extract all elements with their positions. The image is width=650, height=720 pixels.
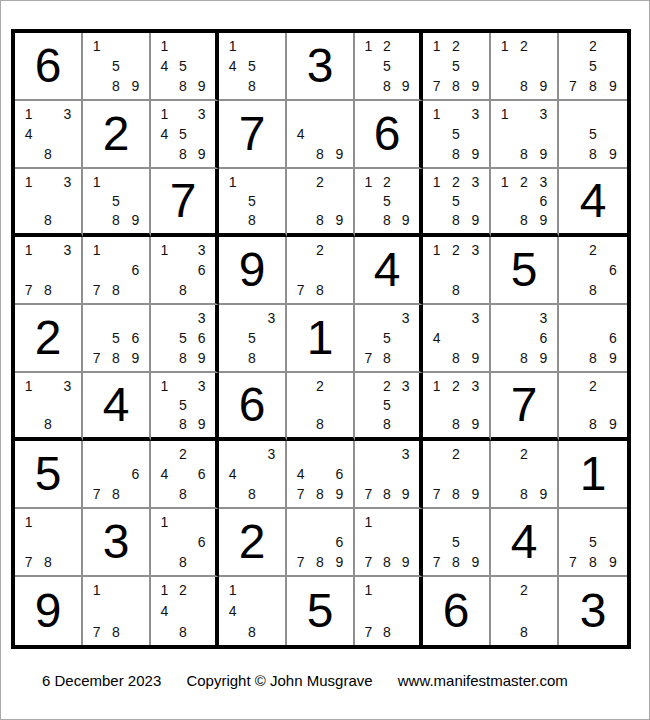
cell-r4c8[interactable]: 5	[491, 237, 559, 305]
cell-r2c2[interactable]: 2	[83, 101, 151, 169]
candidate-empty	[466, 532, 485, 552]
candidate-empty	[58, 191, 77, 210]
candidate-empty	[38, 191, 57, 210]
candidate-empty	[310, 191, 329, 210]
sudoku-board: 6158914589145831258912578912892578913482…	[11, 29, 631, 649]
candidate-empty	[291, 444, 310, 464]
cell-r5c5[interactable]: 1	[287, 305, 355, 373]
candidate-9: 9	[192, 348, 211, 368]
candidate-grid: 1368	[151, 237, 215, 303]
cell-r5c8[interactable]: 3689	[491, 305, 559, 373]
candidate-grid: 589	[559, 101, 627, 167]
candidate-empty	[495, 56, 514, 76]
cell-r8c2[interactable]: 3	[83, 509, 151, 577]
candidate-empty	[330, 415, 349, 434]
candidate-grid: 13589	[151, 373, 215, 437]
candidate-empty	[359, 395, 378, 414]
candidate-empty	[262, 172, 281, 191]
candidate-8: 8	[378, 552, 397, 572]
cell-r4c1[interactable]: 1378	[15, 237, 83, 305]
cell-r3c2[interactable]: 1589	[83, 169, 151, 237]
candidate-empty	[155, 552, 174, 572]
candidate-8: 8	[174, 280, 193, 300]
candidate-8: 8	[583, 552, 603, 572]
candidate-8: 8	[583, 76, 603, 96]
candidate-empty	[446, 260, 465, 280]
candidate-empty	[291, 144, 310, 164]
candidate-8: 8	[38, 552, 57, 572]
cell-r6c6[interactable]: 2358	[355, 373, 423, 441]
cell-r2c9[interactable]: 589	[559, 101, 627, 169]
cell-r3c8[interactable]: 123689	[491, 169, 559, 237]
candidate-empty	[359, 191, 378, 210]
cell-r6c2[interactable]: 4	[83, 373, 151, 441]
candidate-8: 8	[174, 348, 193, 368]
cell-r3c7[interactable]: 123589	[423, 169, 491, 237]
candidate-empty	[330, 280, 349, 300]
candidate-grid: 1289	[491, 33, 557, 99]
candidate-1: 1	[359, 512, 378, 532]
cell-r6c5[interactable]: 28	[287, 373, 355, 441]
candidate-3: 3	[58, 172, 77, 191]
candidate-grid: 1248	[151, 577, 215, 645]
candidate-9: 9	[330, 144, 349, 164]
cell-r9c4[interactable]: 148	[219, 577, 287, 645]
candidate-8: 8	[106, 348, 125, 368]
cell-r4c4[interactable]: 9	[219, 237, 287, 305]
candidate-6: 6	[603, 328, 623, 348]
candidate-empty	[106, 464, 125, 484]
cell-r8c4[interactable]: 2	[219, 509, 287, 577]
cell-r5c1[interactable]: 2	[15, 305, 83, 373]
candidate-empty	[192, 621, 211, 642]
cell-r1c5[interactable]: 3	[287, 33, 355, 101]
candidate-empty	[563, 512, 583, 532]
candidate-empty	[378, 308, 397, 328]
candidate-9: 9	[603, 415, 623, 434]
cell-value: 2	[83, 101, 149, 167]
cell-r3c6[interactable]: 12589	[355, 169, 423, 237]
candidate-empty	[466, 191, 485, 210]
candidate-8: 8	[378, 76, 397, 96]
cell-r7c3[interactable]: 2468	[151, 441, 219, 509]
cell-value: 3	[287, 33, 353, 99]
candidate-empty	[396, 348, 415, 368]
candidate-empty	[126, 308, 145, 328]
candidate-empty	[330, 260, 349, 280]
candidate-grid: 5789	[423, 509, 489, 575]
cell-value: 7	[491, 373, 557, 437]
candidate-8: 8	[446, 76, 465, 96]
cell-r1c7[interactable]: 125789	[423, 33, 491, 101]
candidate-1: 1	[223, 172, 242, 191]
candidate-empty	[330, 172, 349, 191]
candidate-empty	[192, 552, 211, 572]
cell-r4c7[interactable]: 1238	[423, 237, 491, 305]
candidate-empty	[603, 280, 623, 300]
candidate-5: 5	[446, 124, 465, 144]
candidate-8: 8	[583, 415, 603, 434]
candidate-3: 3	[534, 172, 553, 191]
candidate-empty	[534, 56, 553, 76]
cell-r8c3[interactable]: 168	[151, 509, 219, 577]
cell-r2c1[interactable]: 1348	[15, 101, 83, 169]
candidate-grid: 289	[287, 169, 353, 233]
cell-r7c7[interactable]: 2789	[423, 441, 491, 509]
cell-r6c1[interactable]: 138	[15, 373, 83, 441]
candidate-grid: 28	[491, 577, 557, 645]
candidate-9: 9	[192, 144, 211, 164]
candidate-empty	[563, 144, 583, 164]
candidate-5: 5	[378, 395, 397, 414]
candidate-3: 3	[466, 308, 485, 328]
candidate-empty	[155, 144, 174, 164]
candidate-empty	[38, 172, 57, 191]
candidate-grid: 125789	[423, 33, 489, 99]
candidate-empty	[563, 124, 583, 144]
cell-r1c1[interactable]: 6	[15, 33, 83, 101]
candidate-empty	[155, 348, 174, 368]
candidate-7: 7	[87, 621, 106, 642]
candidate-7: 7	[291, 280, 310, 300]
candidate-9: 9	[466, 211, 485, 230]
candidate-2: 2	[446, 376, 465, 395]
candidate-empty	[514, 601, 533, 622]
footer-date: 6 December 2023	[42, 672, 161, 689]
cell-r1c9[interactable]: 25789	[559, 33, 627, 101]
candidate-empty	[563, 240, 583, 260]
candidate-empty	[563, 376, 583, 395]
cell-r3c1[interactable]: 138	[15, 169, 83, 237]
cell-r4c5[interactable]: 278	[287, 237, 355, 305]
candidate-9: 9	[466, 484, 485, 504]
candidate-grid: 489	[287, 101, 353, 167]
candidate-empty	[262, 580, 281, 601]
candidate-3: 3	[58, 240, 77, 260]
candidate-grid: 3789	[355, 441, 419, 507]
candidate-9: 9	[534, 484, 553, 504]
candidate-empty	[396, 512, 415, 532]
candidate-empty	[106, 580, 125, 601]
cell-r7c1[interactable]: 5	[15, 441, 83, 509]
candidate-empty	[291, 532, 310, 552]
candidate-empty	[223, 444, 242, 464]
candidate-1: 1	[427, 36, 446, 56]
candidate-empty	[126, 580, 145, 601]
candidate-empty	[310, 512, 329, 532]
candidate-8: 8	[174, 621, 193, 642]
cell-r9c3[interactable]: 1248	[151, 577, 219, 645]
cell-r2c4[interactable]: 7	[219, 101, 287, 169]
candidate-empty	[495, 124, 514, 144]
candidate-8: 8	[38, 144, 57, 164]
cell-r8c1[interactable]: 178	[15, 509, 83, 577]
candidate-empty	[466, 328, 485, 348]
candidate-9: 9	[466, 144, 485, 164]
candidate-grid: 178	[355, 577, 419, 645]
candidate-empty	[359, 601, 378, 622]
candidate-8: 8	[242, 484, 261, 504]
candidate-1: 1	[427, 104, 446, 124]
cell-r9c5[interactable]: 5	[287, 577, 355, 645]
candidate-9: 9	[396, 76, 415, 96]
candidate-9: 9	[330, 552, 349, 572]
cell-r2c8[interactable]: 1389	[491, 101, 559, 169]
candidate-empty	[378, 464, 397, 484]
cell-r4c2[interactable]: 1678	[83, 237, 151, 305]
candidate-2: 2	[514, 172, 533, 191]
candidate-8: 8	[38, 280, 57, 300]
candidate-grid: 25789	[559, 33, 627, 99]
candidate-7: 7	[291, 552, 310, 572]
cell-r6c4[interactable]: 6	[219, 373, 287, 441]
cell-r7c5[interactable]: 46789	[287, 441, 355, 509]
candidate-7: 7	[427, 484, 446, 504]
candidate-9: 9	[466, 76, 485, 96]
candidate-empty	[126, 280, 145, 300]
candidate-9: 9	[330, 211, 349, 230]
candidate-empty	[378, 512, 397, 532]
candidate-empty	[563, 415, 583, 434]
candidate-empty	[223, 348, 242, 368]
cell-r5c3[interactable]: 35689	[151, 305, 219, 373]
candidate-empty	[38, 376, 57, 395]
candidate-empty	[87, 601, 106, 622]
cell-r7c9[interactable]: 1	[559, 441, 627, 509]
candidate-empty	[359, 76, 378, 96]
cell-r5c6[interactable]: 3578	[355, 305, 423, 373]
candidate-empty	[427, 191, 446, 210]
cell-r7c8[interactable]: 289	[491, 441, 559, 509]
cell-value: 6	[423, 577, 489, 645]
candidate-empty	[126, 240, 145, 260]
candidate-empty	[126, 484, 145, 504]
candidate-empty	[603, 532, 623, 552]
candidate-grid: 46789	[287, 441, 353, 507]
cell-r8c7[interactable]: 5789	[423, 509, 491, 577]
cell-r9c6[interactable]: 178	[355, 577, 423, 645]
candidate-grid: 289	[559, 373, 627, 437]
cell-r8c9[interactable]: 5789	[559, 509, 627, 577]
candidate-empty	[38, 395, 57, 414]
cell-r7c4[interactable]: 348	[219, 441, 287, 509]
cell-r5c7[interactable]: 3489	[423, 305, 491, 373]
cell-value: 4	[559, 169, 627, 233]
cell-r4c3[interactable]: 1368	[151, 237, 219, 305]
cell-r7c2[interactable]: 678	[83, 441, 151, 509]
candidate-9: 9	[603, 144, 623, 164]
candidate-2: 2	[174, 580, 193, 601]
cell-r1c4[interactable]: 1458	[219, 33, 287, 101]
candidate-empty	[359, 532, 378, 552]
candidate-8: 8	[514, 348, 533, 368]
candidate-1: 1	[155, 240, 174, 260]
candidate-8: 8	[446, 484, 465, 504]
cell-r1c6[interactable]: 12589	[355, 33, 423, 101]
candidate-3: 3	[192, 240, 211, 260]
cell-r9c9[interactable]: 3	[559, 577, 627, 645]
cell-r1c3[interactable]: 14589	[151, 33, 219, 101]
candidate-grid: 1589	[83, 169, 149, 233]
candidate-empty	[192, 280, 211, 300]
cell-r8c5[interactable]: 6789	[287, 509, 355, 577]
cell-r4c6[interactable]: 4	[355, 237, 423, 305]
candidate-grid: 138	[15, 373, 81, 437]
candidate-9: 9	[466, 552, 485, 572]
candidate-1: 1	[87, 240, 106, 260]
candidate-4: 4	[155, 56, 174, 76]
candidate-empty	[58, 395, 77, 414]
candidate-empty	[514, 464, 533, 484]
candidate-empty	[396, 580, 415, 601]
candidate-empty	[534, 36, 553, 56]
candidate-8: 8	[38, 211, 57, 230]
candidate-1: 1	[427, 376, 446, 395]
candidate-8: 8	[514, 484, 533, 504]
cell-r2c5[interactable]: 489	[287, 101, 355, 169]
candidate-empty	[603, 104, 623, 124]
candidate-7: 7	[427, 76, 446, 96]
candidate-empty	[466, 512, 485, 532]
candidate-3: 3	[58, 104, 77, 124]
candidate-empty	[396, 191, 415, 210]
candidate-empty	[330, 124, 349, 144]
cell-value: 1	[287, 305, 353, 371]
candidate-empty	[583, 260, 603, 280]
candidate-empty	[223, 308, 242, 328]
candidate-1: 1	[359, 36, 378, 56]
candidate-empty	[396, 415, 415, 434]
candidate-empty	[603, 56, 623, 76]
cell-r2c3[interactable]: 134589	[151, 101, 219, 169]
candidate-empty	[155, 532, 174, 552]
cell-r9c8[interactable]: 28	[491, 577, 559, 645]
candidate-9: 9	[126, 348, 145, 368]
candidate-9: 9	[534, 211, 553, 230]
cell-r5c2[interactable]: 56789	[83, 305, 151, 373]
cell-r3c3[interactable]: 7	[151, 169, 219, 237]
candidate-9: 9	[534, 76, 553, 96]
candidate-8: 8	[310, 415, 329, 434]
candidate-2: 2	[583, 240, 603, 260]
candidate-empty	[378, 580, 397, 601]
candidate-7: 7	[19, 280, 38, 300]
candidate-empty	[466, 464, 485, 484]
candidate-empty	[378, 532, 397, 552]
candidate-empty	[58, 144, 77, 164]
cell-r1c2[interactable]: 1589	[83, 33, 151, 101]
candidate-empty	[446, 512, 465, 532]
candidate-empty	[495, 601, 514, 622]
candidate-empty	[58, 512, 77, 532]
candidate-1: 1	[19, 512, 38, 532]
cell-r8c6[interactable]: 1789	[355, 509, 423, 577]
candidate-8: 8	[310, 484, 329, 504]
candidate-empty	[106, 444, 125, 464]
candidate-8: 8	[446, 552, 465, 572]
candidate-8: 8	[310, 144, 329, 164]
candidate-grid: 123589	[423, 169, 489, 233]
candidate-5: 5	[446, 56, 465, 76]
candidate-empty	[446, 395, 465, 414]
candidate-empty	[192, 36, 211, 56]
candidate-9: 9	[396, 552, 415, 572]
cell-value: 7	[151, 169, 215, 233]
candidate-empty	[242, 36, 261, 56]
candidate-9: 9	[534, 348, 553, 368]
cell-value: 5	[287, 577, 353, 645]
cell-r3c5[interactable]: 289	[287, 169, 355, 237]
candidate-3: 3	[192, 104, 211, 124]
candidate-8: 8	[38, 415, 57, 434]
cell-r9c7[interactable]: 6	[423, 577, 491, 645]
candidate-grid: 178	[83, 577, 149, 645]
cell-r3c4[interactable]: 158	[219, 169, 287, 237]
cell-r7c6[interactable]: 3789	[355, 441, 423, 509]
candidate-empty	[19, 191, 38, 210]
candidate-empty	[396, 621, 415, 642]
candidate-9: 9	[192, 76, 211, 96]
candidate-5: 5	[583, 56, 603, 76]
candidate-7: 7	[87, 280, 106, 300]
candidate-8: 8	[378, 621, 397, 642]
candidate-empty	[262, 464, 281, 484]
cell-r6c3[interactable]: 13589	[151, 373, 219, 441]
cell-r8c8[interactable]: 4	[491, 509, 559, 577]
candidate-empty	[330, 240, 349, 260]
cell-r5c4[interactable]: 358	[219, 305, 287, 373]
candidate-empty	[126, 444, 145, 464]
cell-r9c2[interactable]: 178	[83, 577, 151, 645]
cell-r6c7[interactable]: 12389	[423, 373, 491, 441]
cell-r9c1[interactable]: 9	[15, 577, 83, 645]
candidate-empty	[87, 211, 106, 230]
candidate-empty	[427, 348, 446, 368]
cell-r3c9[interactable]: 4	[559, 169, 627, 237]
cell-r6c8[interactable]: 7	[491, 373, 559, 441]
candidate-5: 5	[378, 56, 397, 76]
cell-r5c9[interactable]: 689	[559, 305, 627, 373]
cell-value: 4	[355, 237, 419, 303]
cell-value: 9	[15, 577, 81, 645]
candidate-grid: 1458	[219, 33, 285, 99]
candidate-empty	[427, 444, 446, 464]
cell-value: 5	[15, 441, 81, 507]
candidate-3: 3	[192, 308, 211, 328]
candidate-6: 6	[192, 464, 211, 484]
candidate-2: 2	[514, 36, 533, 56]
cell-r4c9[interactable]: 268	[559, 237, 627, 305]
candidate-8: 8	[242, 348, 261, 368]
candidate-empty	[174, 104, 193, 124]
candidate-9: 9	[330, 484, 349, 504]
candidate-1: 1	[359, 580, 378, 601]
cell-r2c7[interactable]: 13589	[423, 101, 491, 169]
cell-r6c9[interactable]: 289	[559, 373, 627, 441]
cell-r2c6[interactable]: 6	[355, 101, 423, 169]
candidate-5: 5	[106, 56, 125, 76]
candidate-empty	[563, 308, 583, 328]
candidate-6: 6	[534, 328, 553, 348]
candidate-1: 1	[19, 376, 38, 395]
cell-value: 6	[355, 101, 419, 167]
candidate-grid: 3578	[355, 305, 419, 371]
cell-r1c8[interactable]: 1289	[491, 33, 559, 101]
candidate-8: 8	[583, 280, 603, 300]
candidate-8: 8	[514, 621, 533, 642]
candidate-grid: 28	[287, 373, 353, 437]
candidate-empty	[534, 601, 553, 622]
